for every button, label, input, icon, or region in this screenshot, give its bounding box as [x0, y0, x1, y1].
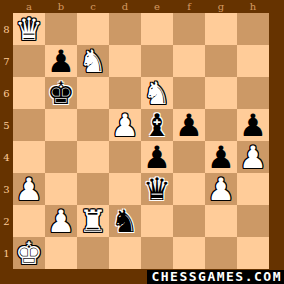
square-d7[interactable] — [109, 45, 141, 77]
file-label-d: d — [109, 0, 141, 13]
rank-label-7: 7 — [0, 45, 13, 77]
square-e1[interactable] — [141, 237, 173, 269]
square-b4[interactable] — [45, 141, 77, 173]
square-f5[interactable]: ♟ — [173, 109, 205, 141]
black-knight-d2[interactable]: ♞ — [111, 205, 139, 237]
rank-label-2: 2 — [0, 205, 13, 237]
file-labels: abcdefgh — [13, 0, 269, 13]
square-h6[interactable] — [237, 77, 269, 109]
square-f2[interactable] — [173, 205, 205, 237]
black-pawn-e4[interactable]: ♟ — [143, 141, 171, 173]
rank-label-8: 8 — [0, 13, 13, 45]
square-d6[interactable] — [109, 77, 141, 109]
white-pawn-a3[interactable]: ♟ — [15, 173, 43, 205]
square-a7[interactable] — [13, 45, 45, 77]
square-g2[interactable] — [205, 205, 237, 237]
rank-label-6: 6 — [0, 77, 13, 109]
square-c4[interactable] — [77, 141, 109, 173]
square-b5[interactable] — [45, 109, 77, 141]
square-b2[interactable]: ♟ — [45, 205, 77, 237]
square-a2[interactable] — [13, 205, 45, 237]
square-e5[interactable]: ♝ — [141, 109, 173, 141]
chess-diagram: abcdefgh 87654321 ♛♟♞♚♞♟♝♟♟♟♟♟♟♛♟♟♜♞♚ CH… — [0, 0, 284, 284]
square-e3[interactable]: ♛ — [141, 173, 173, 205]
square-d8[interactable] — [109, 13, 141, 45]
square-f4[interactable] — [173, 141, 205, 173]
square-g4[interactable]: ♟ — [205, 141, 237, 173]
white-king-a1[interactable]: ♚ — [15, 237, 43, 269]
square-h2[interactable] — [237, 205, 269, 237]
file-label-h: h — [237, 0, 269, 13]
square-c5[interactable] — [77, 109, 109, 141]
white-pawn-g3[interactable]: ♟ — [207, 173, 235, 205]
rank-label-5: 5 — [0, 109, 13, 141]
black-king-b6[interactable]: ♚ — [47, 77, 75, 109]
square-f7[interactable] — [173, 45, 205, 77]
square-b3[interactable] — [45, 173, 77, 205]
square-a3[interactable]: ♟ — [13, 173, 45, 205]
black-pawn-f5[interactable]: ♟ — [175, 109, 203, 141]
square-e8[interactable] — [141, 13, 173, 45]
rank-label-4: 4 — [0, 141, 13, 173]
white-queen-a8[interactable]: ♛ — [15, 13, 43, 45]
square-e7[interactable] — [141, 45, 173, 77]
rank-label-3: 3 — [0, 173, 13, 205]
rank-labels: 87654321 — [0, 13, 13, 269]
black-pawn-b7[interactable]: ♟ — [47, 45, 75, 77]
square-e4[interactable]: ♟ — [141, 141, 173, 173]
black-bishop-e5[interactable]: ♝ — [143, 109, 171, 141]
white-pawn-b2[interactable]: ♟ — [47, 205, 75, 237]
square-e6[interactable]: ♞ — [141, 77, 173, 109]
black-pawn-h5[interactable]: ♟ — [239, 109, 267, 141]
square-g7[interactable] — [205, 45, 237, 77]
square-d2[interactable]: ♞ — [109, 205, 141, 237]
square-g5[interactable] — [205, 109, 237, 141]
square-h1[interactable] — [237, 237, 269, 269]
square-e2[interactable] — [141, 205, 173, 237]
file-label-e: e — [141, 0, 173, 13]
square-c6[interactable] — [77, 77, 109, 109]
square-a5[interactable] — [13, 109, 45, 141]
file-label-f: f — [173, 0, 205, 13]
square-h3[interactable] — [237, 173, 269, 205]
chess-board: ♛♟♞♚♞♟♝♟♟♟♟♟♟♛♟♟♜♞♚ — [13, 13, 269, 269]
file-label-b: b — [45, 0, 77, 13]
site-credit: CHESSGAMES.COM — [147, 270, 284, 284]
square-d5[interactable]: ♟ — [109, 109, 141, 141]
square-b1[interactable] — [45, 237, 77, 269]
square-d4[interactable] — [109, 141, 141, 173]
black-pawn-g4[interactable]: ♟ — [207, 141, 235, 173]
rank-label-1: 1 — [0, 237, 13, 269]
square-a1[interactable]: ♚ — [13, 237, 45, 269]
square-h7[interactable] — [237, 45, 269, 77]
square-g8[interactable] — [205, 13, 237, 45]
square-a8[interactable]: ♛ — [13, 13, 45, 45]
square-f8[interactable] — [173, 13, 205, 45]
square-c2[interactable]: ♜ — [77, 205, 109, 237]
square-f6[interactable] — [173, 77, 205, 109]
square-f1[interactable] — [173, 237, 205, 269]
square-c7[interactable]: ♞ — [77, 45, 109, 77]
square-d3[interactable] — [109, 173, 141, 205]
black-queen-e3[interactable]: ♛ — [143, 173, 171, 205]
square-a6[interactable] — [13, 77, 45, 109]
square-c3[interactable] — [77, 173, 109, 205]
square-c8[interactable] — [77, 13, 109, 45]
file-label-c: c — [77, 0, 109, 13]
white-rook-c2[interactable]: ♜ — [79, 205, 107, 237]
square-h4[interactable]: ♟ — [237, 141, 269, 173]
square-g1[interactable] — [205, 237, 237, 269]
square-h5[interactable]: ♟ — [237, 109, 269, 141]
white-pawn-d5[interactable]: ♟ — [111, 109, 139, 141]
square-c1[interactable] — [77, 237, 109, 269]
square-g3[interactable]: ♟ — [205, 173, 237, 205]
file-label-g: g — [205, 0, 237, 13]
square-g6[interactable] — [205, 77, 237, 109]
square-b7[interactable]: ♟ — [45, 45, 77, 77]
white-knight-e6[interactable]: ♞ — [143, 77, 171, 109]
square-b8[interactable] — [45, 13, 77, 45]
square-b6[interactable]: ♚ — [45, 77, 77, 109]
square-a4[interactable] — [13, 141, 45, 173]
square-d1[interactable] — [109, 237, 141, 269]
white-pawn-h4[interactable]: ♟ — [239, 141, 267, 173]
square-h8[interactable] — [237, 13, 269, 45]
square-f3[interactable] — [173, 173, 205, 205]
white-knight-c7[interactable]: ♞ — [79, 45, 107, 77]
